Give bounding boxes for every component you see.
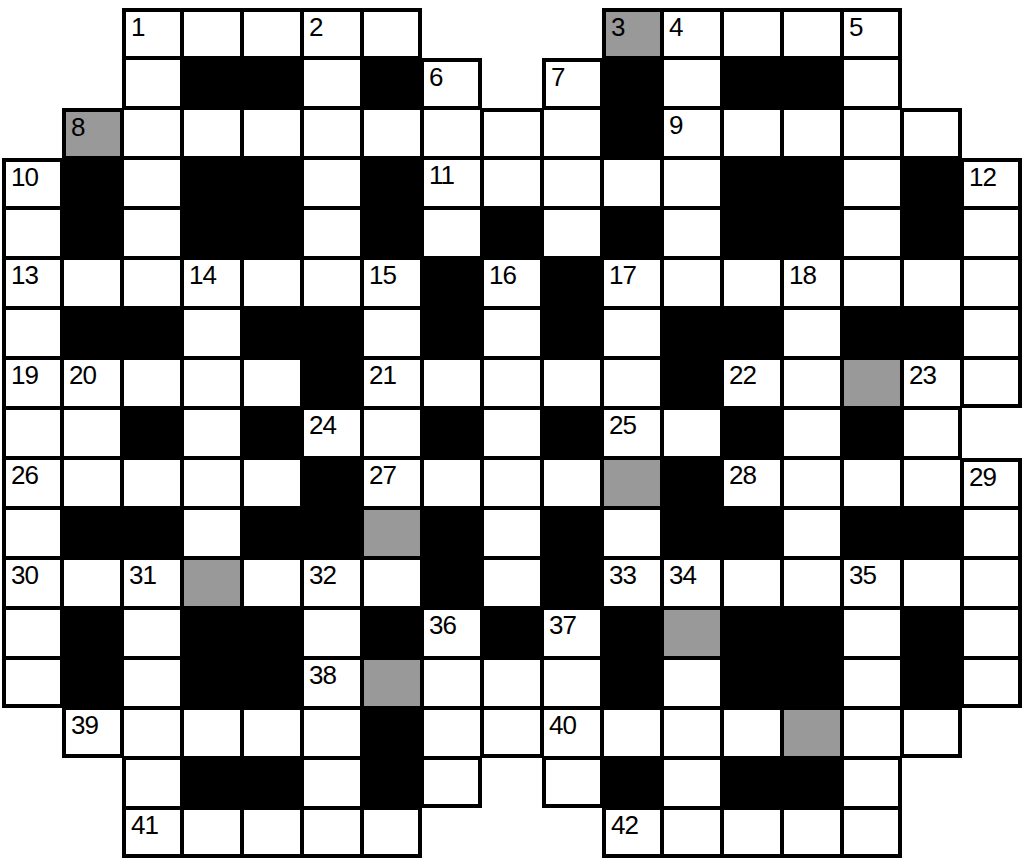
white-cell-r5-c5[interactable] bbox=[302, 258, 362, 308]
clue-number-22: 22 bbox=[729, 360, 756, 390]
white-cell-r16-c3[interactable] bbox=[182, 808, 242, 858]
white-cell-r0-c2[interactable]: 1 bbox=[122, 8, 182, 58]
white-cell-r14-c15[interactable] bbox=[902, 708, 962, 758]
empty-space-r0-c8 bbox=[482, 8, 542, 58]
empty-space-r2-c16 bbox=[962, 108, 1022, 158]
white-cell-r4-c11[interactable] bbox=[662, 208, 722, 258]
white-cell-r13-c0[interactable] bbox=[2, 658, 62, 708]
white-cell-r13-c5[interactable]: 38 bbox=[302, 658, 362, 708]
black-cell-r3-c12 bbox=[722, 158, 782, 208]
white-cell-r0-c12[interactable] bbox=[722, 8, 782, 58]
black-cell-r3-c1 bbox=[62, 158, 122, 208]
white-cell-r14-c14[interactable] bbox=[842, 708, 902, 758]
white-cell-r15-c7[interactable] bbox=[422, 758, 482, 808]
white-cell-r13-c7[interactable] bbox=[422, 658, 482, 708]
white-cell-r15-c5[interactable] bbox=[302, 758, 362, 808]
white-cell-r2-c12[interactable] bbox=[722, 108, 782, 158]
clue-number-4: 4 bbox=[669, 12, 682, 42]
black-cell-r15-c12 bbox=[722, 758, 782, 808]
empty-space-r15-c16 bbox=[962, 758, 1022, 808]
white-cell-r0-c6[interactable] bbox=[362, 8, 422, 58]
gray-cell-r7-c14[interactable] bbox=[842, 358, 902, 408]
white-cell-r4-c9[interactable] bbox=[542, 208, 602, 258]
white-cell-r9-c14[interactable] bbox=[842, 458, 902, 508]
white-cell-r14-c12[interactable] bbox=[722, 708, 782, 758]
white-cell-r8-c13[interactable] bbox=[782, 408, 842, 458]
clue-number-6: 6 bbox=[429, 62, 442, 92]
clue-number-25: 25 bbox=[609, 410, 636, 440]
clue-number-11: 11 bbox=[429, 160, 454, 190]
white-cell-r3-c5[interactable] bbox=[302, 158, 362, 208]
empty-space-r1-c1 bbox=[62, 58, 122, 108]
white-cell-r6-c6[interactable] bbox=[362, 308, 422, 358]
white-cell-r3-c0[interactable]: 10 bbox=[2, 158, 62, 208]
black-cell-r3-c15 bbox=[902, 158, 962, 208]
black-cell-r5-c7 bbox=[422, 258, 482, 308]
white-cell-r11-c13[interactable] bbox=[782, 558, 842, 608]
white-cell-r0-c11[interactable]: 4 bbox=[662, 8, 722, 58]
gray-cell-r11-c3[interactable] bbox=[182, 558, 242, 608]
white-cell-r1-c11[interactable] bbox=[662, 58, 722, 108]
white-cell-r2-c11[interactable]: 9 bbox=[662, 108, 722, 158]
white-cell-r9-c6[interactable]: 27 bbox=[362, 458, 422, 508]
empty-space-r0-c9 bbox=[542, 8, 602, 58]
white-cell-r16-c11[interactable] bbox=[662, 808, 722, 858]
white-cell-r5-c15[interactable] bbox=[902, 258, 962, 308]
black-cell-r6-c15 bbox=[902, 308, 962, 358]
white-cell-r2-c15[interactable] bbox=[902, 108, 962, 158]
white-cell-r14-c8[interactable] bbox=[482, 708, 542, 758]
empty-space-r1-c8 bbox=[482, 58, 542, 108]
gray-cell-r2-c1[interactable]: 8 bbox=[62, 108, 122, 158]
white-cell-r2-c4[interactable] bbox=[242, 108, 302, 158]
black-cell-r6-c1 bbox=[62, 308, 122, 358]
white-cell-r6-c13[interactable] bbox=[782, 308, 842, 358]
black-cell-r12-c6 bbox=[362, 608, 422, 658]
gray-cell-r13-c6[interactable] bbox=[362, 658, 422, 708]
white-cell-r8-c11[interactable] bbox=[662, 408, 722, 458]
black-cell-r3-c3 bbox=[182, 158, 242, 208]
white-cell-r11-c1[interactable] bbox=[62, 558, 122, 608]
white-cell-r14-c9[interactable]: 40 bbox=[542, 708, 602, 758]
white-cell-r1-c9[interactable]: 7 bbox=[542, 58, 602, 108]
white-cell-r14-c10[interactable] bbox=[602, 708, 662, 758]
black-cell-r4-c6 bbox=[362, 208, 422, 258]
white-cell-r16-c6[interactable] bbox=[362, 808, 422, 858]
white-cell-r11-c6[interactable] bbox=[362, 558, 422, 608]
white-cell-r16-c2[interactable]: 41 bbox=[122, 808, 182, 858]
empty-space-r0-c16 bbox=[962, 8, 1022, 58]
black-cell-r6-c14 bbox=[842, 308, 902, 358]
white-cell-r14-c3[interactable] bbox=[182, 708, 242, 758]
white-cell-r1-c7[interactable]: 6 bbox=[422, 58, 482, 108]
black-cell-r3-c4 bbox=[242, 158, 302, 208]
white-cell-r7-c15[interactable]: 23 bbox=[902, 358, 962, 408]
white-cell-r7-c12[interactable]: 22 bbox=[722, 358, 782, 408]
empty-space-r8-c16 bbox=[962, 408, 1022, 458]
white-cell-r2-c5[interactable] bbox=[302, 108, 362, 158]
black-cell-r6-c4 bbox=[242, 308, 302, 358]
white-cell-r8-c6[interactable] bbox=[362, 408, 422, 458]
black-cell-r8-c14 bbox=[842, 408, 902, 458]
white-cell-r9-c1[interactable] bbox=[62, 458, 122, 508]
white-cell-r4-c2[interactable] bbox=[122, 208, 182, 258]
white-cell-r7-c9[interactable] bbox=[542, 358, 602, 408]
empty-space-r15-c1 bbox=[62, 758, 122, 808]
white-cell-r7-c2[interactable] bbox=[122, 358, 182, 408]
black-cell-r10-c1 bbox=[62, 508, 122, 558]
white-cell-r16-c4[interactable] bbox=[242, 808, 302, 858]
white-cell-r13-c11[interactable] bbox=[662, 658, 722, 708]
clue-number-5: 5 bbox=[849, 12, 862, 42]
clue-number-27: 27 bbox=[369, 460, 396, 490]
gray-cell-r10-c6[interactable] bbox=[362, 508, 422, 558]
white-cell-r7-c1[interactable]: 20 bbox=[62, 358, 122, 408]
clue-number-34: 34 bbox=[669, 560, 696, 590]
black-cell-r15-c10 bbox=[602, 758, 662, 808]
white-cell-r12-c16[interactable] bbox=[962, 608, 1022, 658]
clue-number-23: 23 bbox=[909, 360, 936, 390]
white-cell-r5-c12[interactable] bbox=[722, 258, 782, 308]
white-cell-r5-c0[interactable]: 13 bbox=[2, 258, 62, 308]
white-cell-r2-c7[interactable] bbox=[422, 108, 482, 158]
black-cell-r4-c8 bbox=[482, 208, 542, 258]
white-cell-r13-c2[interactable] bbox=[122, 658, 182, 708]
empty-space-r16-c8 bbox=[482, 808, 542, 858]
black-cell-r1-c6 bbox=[362, 58, 422, 108]
black-cell-r8-c7 bbox=[422, 408, 482, 458]
white-cell-r14-c1[interactable]: 39 bbox=[62, 708, 122, 758]
clue-number-9: 9 bbox=[669, 110, 682, 140]
clue-number-38: 38 bbox=[309, 660, 336, 690]
white-cell-r15-c11[interactable] bbox=[662, 758, 722, 808]
white-cell-r6-c3[interactable] bbox=[182, 308, 242, 358]
white-cell-r0-c4[interactable] bbox=[242, 8, 302, 58]
white-cell-r12-c2[interactable] bbox=[122, 608, 182, 658]
black-cell-r8-c2 bbox=[122, 408, 182, 458]
white-cell-r11-c5[interactable]: 32 bbox=[302, 558, 362, 608]
white-cell-r1-c5[interactable] bbox=[302, 58, 362, 108]
black-cell-r12-c10 bbox=[602, 608, 662, 658]
white-cell-r3-c8[interactable] bbox=[482, 158, 542, 208]
black-cell-r6-c2 bbox=[122, 308, 182, 358]
white-cell-r7-c6[interactable]: 21 bbox=[362, 358, 422, 408]
white-cell-r10-c0[interactable] bbox=[2, 508, 62, 558]
empty-space-r14-c0 bbox=[2, 708, 62, 758]
clue-number-37: 37 bbox=[549, 610, 576, 640]
empty-space-r15-c8 bbox=[482, 758, 542, 808]
black-cell-r1-c13 bbox=[782, 58, 842, 108]
white-cell-r2-c3[interactable] bbox=[182, 108, 242, 158]
empty-space-r16-c7 bbox=[422, 808, 482, 858]
white-cell-r9-c4[interactable] bbox=[242, 458, 302, 508]
white-cell-r3-c16[interactable]: 12 bbox=[962, 158, 1022, 208]
black-cell-r12-c12 bbox=[722, 608, 782, 658]
white-cell-r4-c16[interactable] bbox=[962, 208, 1022, 258]
clue-number-2: 2 bbox=[309, 12, 322, 42]
black-cell-r1-c10 bbox=[602, 58, 662, 108]
white-cell-r0-c5[interactable]: 2 bbox=[302, 8, 362, 58]
black-cell-r15-c13 bbox=[782, 758, 842, 808]
empty-space-r0-c1 bbox=[62, 8, 122, 58]
black-cell-r10-c2 bbox=[122, 508, 182, 558]
black-cell-r12-c1 bbox=[62, 608, 122, 658]
black-cell-r13-c4 bbox=[242, 658, 302, 708]
black-cell-r15-c3 bbox=[182, 758, 242, 808]
black-cell-r1-c3 bbox=[182, 58, 242, 108]
black-cell-r11-c7 bbox=[422, 558, 482, 608]
clue-number-19: 19 bbox=[11, 360, 38, 390]
white-cell-r8-c3[interactable] bbox=[182, 408, 242, 458]
white-cell-r3-c14[interactable] bbox=[842, 158, 902, 208]
black-cell-r11-c9 bbox=[542, 558, 602, 608]
white-cell-r6-c8[interactable] bbox=[482, 308, 542, 358]
white-cell-r10-c3[interactable] bbox=[182, 508, 242, 558]
gray-cell-r0-c10[interactable]: 3 bbox=[602, 8, 662, 58]
black-cell-r4-c1 bbox=[62, 208, 122, 258]
white-cell-r5-c8[interactable]: 16 bbox=[482, 258, 542, 308]
white-cell-r11-c10[interactable]: 33 bbox=[602, 558, 662, 608]
white-cell-r3-c10[interactable] bbox=[602, 158, 662, 208]
white-cell-r7-c3[interactable] bbox=[182, 358, 242, 408]
white-cell-r5-c13[interactable]: 18 bbox=[782, 258, 842, 308]
clue-number-28: 28 bbox=[729, 460, 756, 490]
clue-number-21: 21 bbox=[369, 360, 396, 390]
white-cell-r6-c10[interactable] bbox=[602, 308, 662, 358]
black-cell-r4-c13 bbox=[782, 208, 842, 258]
white-cell-r8-c8[interactable] bbox=[482, 408, 542, 458]
black-cell-r6-c12 bbox=[722, 308, 782, 358]
black-cell-r4-c15 bbox=[902, 208, 962, 258]
white-cell-r6-c0[interactable] bbox=[2, 308, 62, 358]
black-cell-r12-c8 bbox=[482, 608, 542, 658]
white-cell-r4-c14[interactable] bbox=[842, 208, 902, 258]
white-cell-r15-c9[interactable] bbox=[542, 758, 602, 808]
black-cell-r10-c11 bbox=[662, 508, 722, 558]
black-cell-r3-c13 bbox=[782, 158, 842, 208]
white-cell-r1-c2[interactable] bbox=[122, 58, 182, 108]
black-cell-r15-c4 bbox=[242, 758, 302, 808]
white-cell-r11-c15[interactable] bbox=[902, 558, 962, 608]
white-cell-r3-c7[interactable]: 11 bbox=[422, 158, 482, 208]
white-cell-r9-c15[interactable] bbox=[902, 458, 962, 508]
clue-number-1: 1 bbox=[131, 12, 144, 42]
empty-space-r16-c16 bbox=[962, 808, 1022, 858]
white-cell-r8-c5[interactable]: 24 bbox=[302, 408, 362, 458]
black-cell-r7-c11 bbox=[662, 358, 722, 408]
white-cell-r2-c6[interactable] bbox=[362, 108, 422, 158]
clue-number-33: 33 bbox=[609, 560, 636, 590]
clue-number-20: 20 bbox=[69, 360, 96, 390]
clue-number-26: 26 bbox=[11, 460, 38, 490]
black-cell-r10-c12 bbox=[722, 508, 782, 558]
white-cell-r5-c1[interactable] bbox=[62, 258, 122, 308]
clue-number-30: 30 bbox=[11, 560, 38, 590]
white-cell-r10-c16[interactable] bbox=[962, 508, 1022, 558]
white-cell-r4-c5[interactable] bbox=[302, 208, 362, 258]
white-cell-r16-c5[interactable] bbox=[302, 808, 362, 858]
empty-space-r1-c16 bbox=[962, 58, 1022, 108]
black-cell-r4-c12 bbox=[722, 208, 782, 258]
white-cell-r11-c14[interactable]: 35 bbox=[842, 558, 902, 608]
white-cell-r14-c2[interactable] bbox=[122, 708, 182, 758]
black-cell-r13-c13 bbox=[782, 658, 842, 708]
white-cell-r9-c3[interactable] bbox=[182, 458, 242, 508]
crossword-page: 1234567891011121314151617181920212223242… bbox=[0, 0, 1024, 866]
clue-number-14: 14 bbox=[189, 260, 216, 290]
white-cell-r8-c0[interactable] bbox=[2, 408, 62, 458]
black-cell-r13-c12 bbox=[722, 658, 782, 708]
white-cell-r14-c4[interactable] bbox=[242, 708, 302, 758]
black-cell-r3-c6 bbox=[362, 158, 422, 208]
black-cell-r8-c9 bbox=[542, 408, 602, 458]
white-cell-r9-c16[interactable]: 29 bbox=[962, 458, 1022, 508]
clue-number-36: 36 bbox=[429, 610, 456, 640]
white-cell-r11-c16[interactable] bbox=[962, 558, 1022, 608]
empty-space-r0-c15 bbox=[902, 8, 962, 58]
white-cell-r12-c9[interactable]: 37 bbox=[542, 608, 602, 658]
white-cell-r4-c0[interactable] bbox=[2, 208, 62, 258]
clue-number-18: 18 bbox=[789, 260, 816, 290]
white-cell-r7-c8[interactable] bbox=[482, 358, 542, 408]
empty-space-r16-c15 bbox=[902, 808, 962, 858]
white-cell-r6-c16[interactable] bbox=[962, 308, 1022, 358]
empty-space-r1-c0 bbox=[2, 58, 62, 108]
black-cell-r7-c5 bbox=[302, 358, 362, 408]
white-cell-r3-c11[interactable] bbox=[662, 158, 722, 208]
white-cell-r5-c11[interactable] bbox=[662, 258, 722, 308]
empty-space-r16-c0 bbox=[2, 808, 62, 858]
black-cell-r13-c10 bbox=[602, 658, 662, 708]
white-cell-r13-c14[interactable] bbox=[842, 658, 902, 708]
white-cell-r7-c0[interactable]: 19 bbox=[2, 358, 62, 408]
white-cell-r9-c12[interactable]: 28 bbox=[722, 458, 782, 508]
white-cell-r15-c14[interactable] bbox=[842, 758, 902, 808]
black-cell-r2-c10 bbox=[602, 108, 662, 158]
white-cell-r5-c2[interactable] bbox=[122, 258, 182, 308]
white-cell-r16-c12[interactable] bbox=[722, 808, 782, 858]
white-cell-r7-c10[interactable] bbox=[602, 358, 662, 408]
white-cell-r7-c4[interactable] bbox=[242, 358, 302, 408]
white-cell-r10-c8[interactable] bbox=[482, 508, 542, 558]
white-cell-r1-c14[interactable] bbox=[842, 58, 902, 108]
white-cell-r9-c2[interactable] bbox=[122, 458, 182, 508]
gray-cell-r9-c10[interactable] bbox=[602, 458, 662, 508]
clue-number-12: 12 bbox=[969, 162, 996, 192]
white-cell-r12-c5[interactable] bbox=[302, 608, 362, 658]
white-cell-r11-c12[interactable] bbox=[722, 558, 782, 608]
black-cell-r10-c5 bbox=[302, 508, 362, 558]
white-cell-r14-c11[interactable] bbox=[662, 708, 722, 758]
clue-number-7: 7 bbox=[551, 62, 564, 92]
empty-space-r1-c15 bbox=[902, 58, 962, 108]
gray-cell-r12-c11[interactable] bbox=[662, 608, 722, 658]
white-cell-r2-c9[interactable] bbox=[542, 108, 602, 158]
white-cell-r9-c0[interactable]: 26 bbox=[2, 458, 62, 508]
white-cell-r8-c1[interactable] bbox=[62, 408, 122, 458]
white-cell-r13-c9[interactable] bbox=[542, 658, 602, 708]
clue-number-24: 24 bbox=[309, 410, 336, 440]
clue-number-16: 16 bbox=[489, 260, 516, 290]
white-cell-r3-c2[interactable] bbox=[122, 158, 182, 208]
white-cell-r16-c10[interactable]: 42 bbox=[602, 808, 662, 858]
white-cell-r14-c7[interactable] bbox=[422, 708, 482, 758]
white-cell-r3-c9[interactable] bbox=[542, 158, 602, 208]
white-cell-r9-c9[interactable] bbox=[542, 458, 602, 508]
white-cell-r11-c8[interactable] bbox=[482, 558, 542, 608]
white-cell-r5-c3[interactable]: 14 bbox=[182, 258, 242, 308]
white-cell-r0-c3[interactable] bbox=[182, 8, 242, 58]
white-cell-r11-c2[interactable]: 31 bbox=[122, 558, 182, 608]
empty-space-r16-c1 bbox=[62, 808, 122, 858]
black-cell-r8-c4 bbox=[242, 408, 302, 458]
white-cell-r8-c15[interactable] bbox=[902, 408, 962, 458]
empty-space-r15-c0 bbox=[2, 758, 62, 808]
black-cell-r4-c10 bbox=[602, 208, 662, 258]
white-cell-r10-c10[interactable] bbox=[602, 508, 662, 558]
white-cell-r0-c14[interactable]: 5 bbox=[842, 8, 902, 58]
white-cell-r2-c2[interactable] bbox=[122, 108, 182, 158]
white-cell-r16-c14[interactable] bbox=[842, 808, 902, 858]
white-cell-r2-c14[interactable] bbox=[842, 108, 902, 158]
white-cell-r2-c13[interactable] bbox=[782, 108, 842, 158]
white-cell-r5-c14[interactable] bbox=[842, 258, 902, 308]
black-cell-r6-c7 bbox=[422, 308, 482, 358]
white-cell-r5-c4[interactable] bbox=[242, 258, 302, 308]
white-cell-r10-c13[interactable] bbox=[782, 508, 842, 558]
empty-space-r16-c9 bbox=[542, 808, 602, 858]
white-cell-r5-c16[interactable] bbox=[962, 258, 1022, 308]
empty-space-r14-c16 bbox=[962, 708, 1022, 758]
black-cell-r4-c4 bbox=[242, 208, 302, 258]
empty-space-r2-c0 bbox=[2, 108, 62, 158]
white-cell-r9-c7[interactable] bbox=[422, 458, 482, 508]
white-cell-r12-c7[interactable]: 36 bbox=[422, 608, 482, 658]
black-cell-r6-c9 bbox=[542, 308, 602, 358]
white-cell-r2-c8[interactable] bbox=[482, 108, 542, 158]
white-cell-r12-c0[interactable] bbox=[2, 608, 62, 658]
gray-cell-r14-c13[interactable] bbox=[782, 708, 842, 758]
clue-number-32: 32 bbox=[309, 560, 336, 590]
white-cell-r5-c10[interactable]: 17 bbox=[602, 258, 662, 308]
black-cell-r9-c5 bbox=[302, 458, 362, 508]
clue-number-31: 31 bbox=[129, 560, 156, 590]
white-cell-r16-c13[interactable] bbox=[782, 808, 842, 858]
white-cell-r7-c13[interactable] bbox=[782, 358, 842, 408]
white-cell-r11-c11[interactable]: 34 bbox=[662, 558, 722, 608]
white-cell-r4-c7[interactable] bbox=[422, 208, 482, 258]
white-cell-r7-c7[interactable] bbox=[422, 358, 482, 408]
white-cell-r13-c8[interactable] bbox=[482, 658, 542, 708]
black-cell-r4-c3 bbox=[182, 208, 242, 258]
empty-space-r0-c7 bbox=[422, 8, 482, 58]
white-cell-r14-c5[interactable] bbox=[302, 708, 362, 758]
black-cell-r6-c11 bbox=[662, 308, 722, 358]
white-cell-r8-c10[interactable]: 25 bbox=[602, 408, 662, 458]
white-cell-r9-c13[interactable] bbox=[782, 458, 842, 508]
white-cell-r0-c13[interactable] bbox=[782, 8, 842, 58]
clue-number-42: 42 bbox=[611, 810, 638, 840]
black-cell-r10-c4 bbox=[242, 508, 302, 558]
white-cell-r12-c14[interactable] bbox=[842, 608, 902, 658]
white-cell-r5-c6[interactable]: 15 bbox=[362, 258, 422, 308]
white-cell-r11-c4[interactable] bbox=[242, 558, 302, 608]
white-cell-r13-c16[interactable] bbox=[962, 658, 1022, 708]
white-cell-r9-c8[interactable] bbox=[482, 458, 542, 508]
white-cell-r7-c16[interactable] bbox=[962, 358, 1022, 408]
white-cell-r11-c0[interactable]: 30 bbox=[2, 558, 62, 608]
white-cell-r15-c2[interactable] bbox=[122, 758, 182, 808]
